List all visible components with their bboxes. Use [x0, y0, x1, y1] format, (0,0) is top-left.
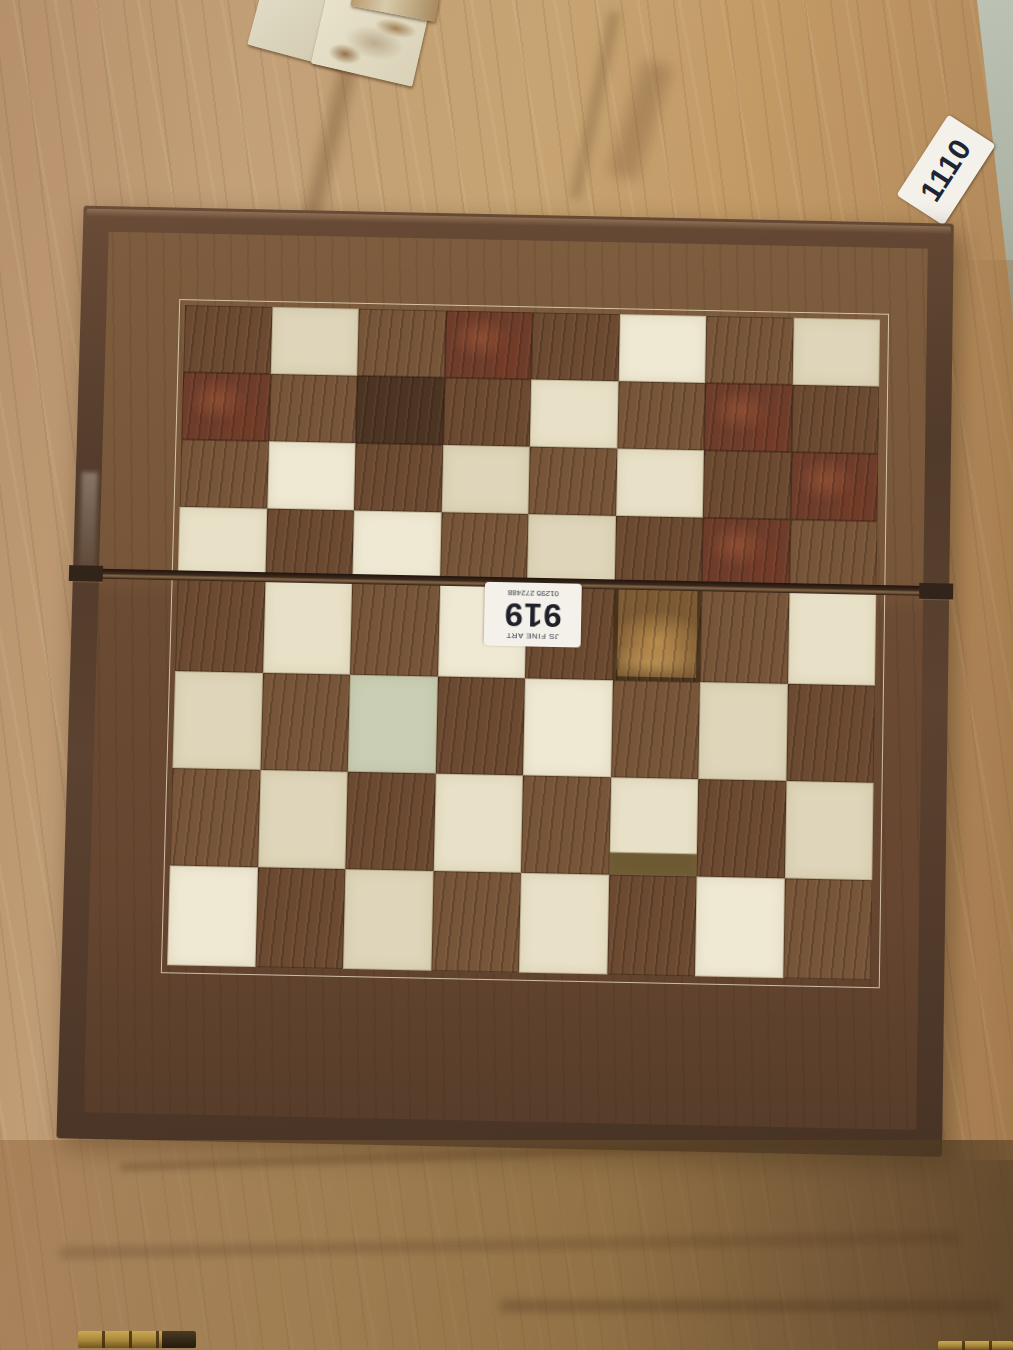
board-square-r1c4-mr	[444, 311, 532, 380]
board-square-r2c5-l	[530, 379, 618, 448]
board-square-r8c7-l	[695, 877, 785, 979]
board-square-r1c7-d	[705, 316, 793, 385]
board-square-r4c3-l	[352, 510, 441, 579]
board-square-r5c7-d	[700, 585, 789, 684]
board-square-r8c4-d	[431, 871, 521, 973]
fold-seam-rail-joint	[919, 583, 953, 600]
board-square-r4c7-mr	[702, 518, 790, 587]
board-square-r3c2-l	[267, 441, 356, 510]
lot-sticker-number: 919	[503, 597, 562, 632]
board-square-r7c4-l	[433, 774, 523, 873]
board-square-r4c2-d	[265, 509, 354, 578]
board-square-r4c8-d	[789, 520, 877, 589]
board-square-r8c6-d	[607, 875, 697, 977]
board-square-r6c1-l	[172, 671, 262, 770]
board-square-r6c6-d	[611, 680, 700, 779]
board-square-r1c1-d	[183, 305, 272, 374]
auction-sticker-1110: 1110	[896, 114, 995, 225]
board-square-r7c3-d	[345, 772, 435, 871]
board-square-r6c2-d	[260, 673, 350, 772]
board-square-r4c4-d	[440, 512, 529, 581]
sticker-number: 1110	[913, 132, 978, 207]
board-square-r7c5-d	[521, 775, 611, 874]
board-square-r2c2-d	[268, 374, 357, 443]
board-square-r7c7-d	[697, 779, 786, 878]
table-grain-streak	[607, 58, 673, 181]
brass-hinge	[938, 1341, 1013, 1350]
board-square-r5c8-l	[787, 587, 876, 686]
board-square-r7c1-d	[170, 768, 260, 867]
board-square-r7c2-l	[258, 770, 348, 869]
board-square-r3c8-mr	[790, 452, 878, 521]
lot-sticker-919: JS FINE ART 919 01295 272488	[484, 582, 582, 648]
board-square-r5c1-d	[175, 574, 265, 673]
brass-hinge	[78, 1331, 196, 1348]
board-square-r2c8-d	[791, 385, 879, 454]
board-square-r3c3-d	[354, 443, 443, 512]
table-right-shading	[953, 260, 1013, 1160]
board-square-r4c6-d	[614, 516, 703, 585]
board-square-r1c5-d	[531, 312, 619, 381]
table-bottom-shading	[0, 1140, 1013, 1350]
lot-sticker-phone: 01295 272488	[508, 588, 559, 598]
board-square-r3c5-d	[528, 447, 616, 516]
table-grain-streak	[500, 1300, 1000, 1312]
board-square-r1c8-l	[792, 318, 880, 387]
board-square-r2c1-mr	[181, 372, 270, 441]
board-square-r4c5-l	[527, 514, 616, 583]
board-square-r6c8-d	[786, 684, 875, 783]
board-square-r5c6-mg	[612, 583, 701, 682]
board-square-r2c7-mr	[704, 383, 792, 452]
board-square-r1c6-l	[618, 314, 706, 383]
board-square-r6c4-d	[435, 677, 525, 776]
board-square-r6c5-l	[523, 678, 612, 777]
board-square-r1c3-d	[357, 309, 445, 378]
board-square-r4c1-l	[178, 507, 267, 576]
board-square-r7c8-l	[784, 781, 873, 880]
board-square-r3c7-d	[703, 450, 791, 519]
table-grain-streak	[60, 1232, 960, 1258]
table-grain-streak	[570, 11, 619, 199]
board-square-r8c5-l	[519, 873, 609, 975]
board-square-r3c4-l	[441, 445, 530, 514]
board-square-r8c2-d	[255, 867, 345, 969]
photo-antique-folding-chessboard: 1110 JS FINE ART 919 01295 272488	[0, 0, 1013, 1350]
chessboard: JS FINE ART 919 01295 272488	[56, 206, 953, 1157]
board-square-r5c2-l	[263, 576, 353, 675]
board-square-r5c3-d	[350, 578, 440, 677]
board-square-r2c4-d	[443, 378, 531, 447]
board-square-r8c8-d	[783, 878, 872, 980]
board-square-r7c6-lc	[609, 777, 699, 876]
board-square-r8c1-l	[167, 865, 258, 967]
board-square-r6c7-l	[698, 682, 787, 781]
board-square-r1c2-l	[270, 307, 359, 376]
board-square-r2c6-d	[617, 381, 705, 450]
board-square-r8c3-l	[343, 869, 433, 971]
board-square-r3c6-l	[616, 448, 704, 517]
fold-seam-rail-joint	[69, 565, 103, 582]
board-square-r6c3-lg	[348, 675, 438, 774]
board-square-r2c3-md	[356, 376, 445, 445]
board-square-r3c1-d	[180, 439, 269, 508]
